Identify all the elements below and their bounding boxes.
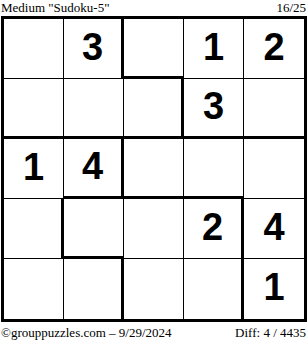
cell-r2c4: 3 — [184, 79, 244, 139]
cell-r2c2 — [64, 79, 124, 139]
given-digit: 3 — [203, 87, 224, 125]
puzzle-page: Medium "Sudoku-5" 16/25 312314241 ©group… — [0, 0, 308, 343]
cell-r3c4 — [184, 139, 244, 199]
cell-r5c5: 1 — [244, 259, 304, 319]
cell-r3c2: 4 — [64, 139, 124, 199]
given-digit: 1 — [23, 148, 44, 186]
cell-r4c5: 4 — [244, 199, 304, 259]
cell-r4c1 — [4, 199, 64, 259]
cell-r1c1 — [4, 19, 64, 79]
puzzle-title: Medium "Sudoku-5" — [1, 0, 109, 15]
cell-r5c2 — [64, 259, 124, 319]
given-digit: 2 — [202, 208, 223, 246]
copyright-text: ©grouppuzzles.com – 9/29/2024 — [1, 325, 172, 340]
difficulty-text: Diff: 4 / 4435 — [235, 325, 306, 340]
cell-r4c4: 2 — [184, 199, 244, 259]
given-digit: 1 — [203, 28, 224, 66]
given-digit: 1 — [263, 268, 284, 306]
cell-r4c3 — [124, 199, 184, 259]
cell-r1c2: 3 — [64, 19, 124, 79]
cell-r1c5: 2 — [244, 19, 304, 79]
given-digit: 2 — [263, 28, 284, 66]
given-digit: 3 — [82, 28, 103, 66]
cell-r3c3 — [124, 139, 184, 199]
cell-r4c2 — [64, 199, 124, 259]
cell-r1c3 — [124, 19, 184, 79]
cell-r5c3 — [124, 259, 184, 319]
cell-r2c3 — [124, 79, 184, 139]
given-digit: 4 — [82, 147, 103, 185]
header: Medium "Sudoku-5" 16/25 — [0, 0, 308, 16]
cell-r5c4 — [184, 259, 244, 319]
footer: ©grouppuzzles.com – 9/29/2024 Diff: 4 / … — [0, 322, 308, 343]
cell-r3c1: 1 — [4, 139, 64, 199]
empty-cell-counter: 16/25 — [276, 0, 306, 15]
cell-r1c4: 1 — [184, 19, 244, 79]
sudoku-board: 312314241 — [1, 16, 307, 322]
cell-r2c1 — [4, 79, 64, 139]
cell-r3c5 — [244, 139, 304, 199]
given-digit: 4 — [263, 208, 284, 246]
cell-r2c5 — [244, 79, 304, 139]
cell-r5c1 — [4, 259, 64, 319]
